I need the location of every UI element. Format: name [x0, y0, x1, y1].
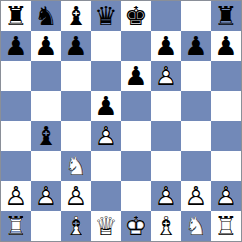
piece-outline: ♘ — [61, 151, 91, 181]
piece-outline: ♙ — [151, 181, 181, 211]
piece-white-pawn[interactable]: ♟♙ — [61, 181, 91, 211]
square-a1[interactable]: ♜♖ — [1, 211, 31, 241]
piece-outline: ♖ — [1, 211, 31, 241]
piece-outline: ♕ — [91, 211, 121, 241]
piece-black-pawn[interactable]: ♟ — [121, 61, 151, 91]
square-a3[interactable] — [1, 151, 31, 181]
square-h6[interactable] — [211, 61, 241, 91]
piece-black-pawn[interactable]: ♟ — [1, 31, 31, 61]
square-d8[interactable]: ♛ — [91, 1, 121, 31]
piece-black-rook[interactable]: ♜ — [211, 1, 241, 31]
piece-white-pawn[interactable]: ♟♙ — [181, 181, 211, 211]
piece-black-bishop[interactable]: ♝ — [61, 1, 91, 31]
square-b4[interactable]: ♝ — [31, 121, 61, 151]
square-f4[interactable] — [151, 121, 181, 151]
piece-white-pawn[interactable]: ♟♙ — [1, 181, 31, 211]
square-b8[interactable]: ♞ — [31, 1, 61, 31]
piece-outline: ♖ — [211, 211, 241, 241]
piece-outline: ♙ — [211, 181, 241, 211]
square-c8[interactable]: ♝ — [61, 1, 91, 31]
square-e4[interactable] — [121, 121, 151, 151]
square-b2[interactable]: ♟♙ — [31, 181, 61, 211]
square-e3[interactable] — [121, 151, 151, 181]
square-f1[interactable]: ♝♗ — [151, 211, 181, 241]
square-f3[interactable] — [151, 151, 181, 181]
square-c7[interactable]: ♟ — [61, 31, 91, 61]
square-c2[interactable]: ♟♙ — [61, 181, 91, 211]
piece-outline: ♔ — [121, 211, 151, 241]
square-h8[interactable]: ♜ — [211, 1, 241, 31]
piece-outline: ♗ — [61, 211, 91, 241]
chess-board: ♜♞♝♛♚♜♟♟♟♟♟♟♟♟♙♟♝♟♙♞♘♟♙♟♙♟♙♟♙♟♙♟♙♜♖♝♗♛♕♚… — [0, 0, 242, 242]
square-f5[interactable] — [151, 91, 181, 121]
square-f2[interactable]: ♟♙ — [151, 181, 181, 211]
square-c1[interactable]: ♝♗ — [61, 211, 91, 241]
piece-black-pawn[interactable]: ♟ — [61, 31, 91, 61]
square-h3[interactable] — [211, 151, 241, 181]
piece-outline: ♘ — [181, 211, 211, 241]
square-h4[interactable] — [211, 121, 241, 151]
square-h5[interactable] — [211, 91, 241, 121]
piece-black-knight[interactable]: ♞ — [31, 1, 61, 31]
piece-black-pawn[interactable]: ♟ — [211, 31, 241, 61]
square-d3[interactable] — [91, 151, 121, 181]
square-a5[interactable] — [1, 91, 31, 121]
square-a7[interactable]: ♟ — [1, 31, 31, 61]
square-d5[interactable]: ♟ — [91, 91, 121, 121]
piece-white-knight[interactable]: ♞♘ — [61, 151, 91, 181]
piece-black-rook[interactable]: ♜ — [1, 1, 31, 31]
piece-white-bishop[interactable]: ♝♗ — [61, 211, 91, 241]
square-a2[interactable]: ♟♙ — [1, 181, 31, 211]
square-f8[interactable] — [151, 1, 181, 31]
piece-black-pawn[interactable]: ♟ — [31, 31, 61, 61]
square-b1[interactable] — [31, 211, 61, 241]
piece-white-pawn[interactable]: ♟♙ — [31, 181, 61, 211]
piece-white-knight[interactable]: ♞♘ — [181, 211, 211, 241]
piece-white-bishop[interactable]: ♝♗ — [151, 211, 181, 241]
square-e8[interactable]: ♚ — [121, 1, 151, 31]
square-h2[interactable]: ♟♙ — [211, 181, 241, 211]
piece-outline: ♙ — [1, 181, 31, 211]
piece-black-pawn[interactable]: ♟ — [151, 31, 181, 61]
square-c5[interactable] — [61, 91, 91, 121]
square-g1[interactable]: ♞♘ — [181, 211, 211, 241]
square-g2[interactable]: ♟♙ — [181, 181, 211, 211]
piece-outline: ♙ — [31, 181, 61, 211]
piece-black-pawn[interactable]: ♟ — [181, 31, 211, 61]
square-h1[interactable]: ♜♖ — [211, 211, 241, 241]
square-f6[interactable]: ♟♙ — [151, 61, 181, 91]
square-d4[interactable]: ♟♙ — [91, 121, 121, 151]
square-e5[interactable] — [121, 91, 151, 121]
square-g4[interactable] — [181, 121, 211, 151]
square-a6[interactable] — [1, 61, 31, 91]
square-g3[interactable] — [181, 151, 211, 181]
square-e1[interactable]: ♚♔ — [121, 211, 151, 241]
piece-outline: ♙ — [91, 121, 121, 151]
piece-black-king[interactable]: ♚ — [121, 1, 151, 31]
piece-white-pawn[interactable]: ♟♙ — [151, 61, 181, 91]
square-b6[interactable] — [31, 61, 61, 91]
piece-white-pawn[interactable]: ♟♙ — [211, 181, 241, 211]
square-d7[interactable] — [91, 31, 121, 61]
square-e6[interactable]: ♟ — [121, 61, 151, 91]
piece-white-rook[interactable]: ♜♖ — [1, 211, 31, 241]
square-g8[interactable] — [181, 1, 211, 31]
piece-outline: ♙ — [61, 181, 91, 211]
square-g5[interactable] — [181, 91, 211, 121]
square-b5[interactable] — [31, 91, 61, 121]
square-e2[interactable] — [121, 181, 151, 211]
piece-outline: ♙ — [151, 61, 181, 91]
piece-white-pawn[interactable]: ♟♙ — [151, 181, 181, 211]
piece-black-bishop[interactable]: ♝ — [31, 121, 61, 151]
piece-white-queen[interactable]: ♛♕ — [91, 211, 121, 241]
square-b7[interactable]: ♟ — [31, 31, 61, 61]
piece-black-queen[interactable]: ♛ — [91, 1, 121, 31]
square-a4[interactable] — [1, 121, 31, 151]
square-f7[interactable]: ♟ — [151, 31, 181, 61]
piece-white-king[interactable]: ♚♔ — [121, 211, 151, 241]
piece-white-pawn[interactable]: ♟♙ — [91, 121, 121, 151]
square-c3[interactable]: ♞♘ — [61, 151, 91, 181]
piece-white-rook[interactable]: ♜♖ — [211, 211, 241, 241]
piece-outline: ♗ — [151, 211, 181, 241]
square-g7[interactable]: ♟ — [181, 31, 211, 61]
piece-black-pawn[interactable]: ♟ — [91, 91, 121, 121]
square-g6[interactable] — [181, 61, 211, 91]
piece-outline: ♙ — [181, 181, 211, 211]
square-d1[interactable]: ♛♕ — [91, 211, 121, 241]
square-c4[interactable] — [61, 121, 91, 151]
square-e7[interactable] — [121, 31, 151, 61]
square-a8[interactable]: ♜ — [1, 1, 31, 31]
square-b3[interactable] — [31, 151, 61, 181]
square-c6[interactable] — [61, 61, 91, 91]
square-d6[interactable] — [91, 61, 121, 91]
square-d2[interactable] — [91, 181, 121, 211]
square-h7[interactable]: ♟ — [211, 31, 241, 61]
